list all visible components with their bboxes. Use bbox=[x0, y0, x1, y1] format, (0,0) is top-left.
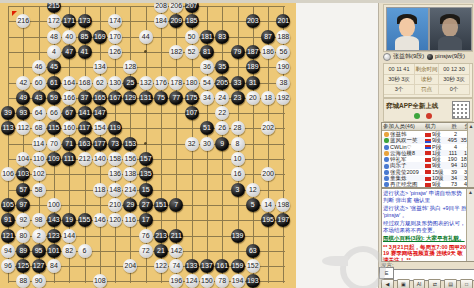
white-player-name-row: 张益韩(9段) bbox=[383, 52, 427, 61]
black-stone-move-141: 141 bbox=[78, 106, 92, 120]
white-stone-move-192: 192 bbox=[276, 91, 290, 105]
black-stone-move-15: 15 bbox=[139, 183, 153, 197]
black-stone-move-131: 131 bbox=[139, 91, 153, 105]
black-stone-move-137: 137 bbox=[200, 259, 214, 273]
user-icon bbox=[384, 182, 389, 187]
black-stone-move-5: 5 bbox=[246, 198, 260, 212]
black-stone-move-59: 59 bbox=[47, 91, 61, 105]
black-stone-move-213: 213 bbox=[154, 229, 168, 243]
black-stone-move-9: 9 bbox=[215, 137, 229, 151]
flag-icon bbox=[425, 145, 431, 149]
flag-icon bbox=[425, 177, 431, 181]
white-stone-move-68: 68 bbox=[32, 121, 46, 135]
white-stone-move-188: 188 bbox=[276, 30, 290, 44]
white-stone-move-178: 178 bbox=[169, 76, 183, 90]
white-stone-move-70: 70 bbox=[47, 137, 61, 151]
white-stone-move-34: 34 bbox=[200, 91, 214, 105]
sidebar: 张益韩(9段) pinsjw(9段) 00 11 41 剩余时间 00 12 3… bbox=[378, 0, 474, 288]
white-stone-move-12: 12 bbox=[246, 183, 260, 197]
white-stone-move-58: 58 bbox=[32, 183, 46, 197]
black-stone-move-135: 135 bbox=[139, 167, 153, 181]
white-stone-move-212: 212 bbox=[78, 152, 92, 166]
col-name: 参加人员(46) bbox=[382, 123, 425, 130]
black-stone-move-47: 47 bbox=[62, 45, 76, 59]
black-stone-move-87: 87 bbox=[261, 30, 275, 44]
chat-line-notice: ** 3月21日起，每周五7:00 围甲2019 赛季网络视频直播 连续9天 敬… bbox=[383, 244, 467, 263]
ai-analysis-icon[interactable]: AI bbox=[413, 279, 426, 288]
black-stone-move-121: 121 bbox=[1, 229, 15, 243]
board-window-icon[interactable]: □ bbox=[460, 279, 473, 288]
flag-icon bbox=[425, 133, 431, 137]
white-stone-move-56: 56 bbox=[276, 45, 290, 59]
white-stone-move-88: 88 bbox=[16, 274, 30, 288]
black-stone-move-43: 43 bbox=[32, 91, 46, 105]
white-stone-move-72: 72 bbox=[139, 244, 153, 258]
black-stone-move-85: 85 bbox=[78, 30, 92, 44]
white-stone-move-132: 132 bbox=[139, 76, 153, 90]
black-stone-move-57: 57 bbox=[16, 183, 30, 197]
white-stone-move-124: 124 bbox=[185, 274, 199, 288]
go-board[interactable]: 2152082062072161721711731741842091852032… bbox=[0, 0, 296, 288]
black-stone-move-95: 95 bbox=[32, 244, 46, 258]
penalty-label: 罚点 bbox=[415, 84, 439, 95]
black-stone-move-173: 173 bbox=[78, 14, 92, 28]
black-stone-move-61: 61 bbox=[47, 76, 61, 90]
white-stone-move-210: 210 bbox=[108, 198, 122, 212]
black-stone-move-165: 165 bbox=[93, 91, 107, 105]
black-stone-move-83: 83 bbox=[215, 30, 229, 44]
black-stone-move-107: 107 bbox=[185, 106, 199, 120]
download-icons[interactable] bbox=[414, 113, 444, 120]
black-stone-move-159: 159 bbox=[231, 259, 245, 273]
black-player-name: pinsjw(9段) bbox=[435, 52, 465, 61]
user-icon bbox=[384, 164, 389, 169]
white-stone-move-44: 44 bbox=[139, 30, 153, 44]
black-stone-move-157: 157 bbox=[139, 152, 153, 166]
black-stone-move-193: 193 bbox=[246, 274, 260, 288]
app-banner[interactable]: 弈城APP全新上线 bbox=[383, 98, 473, 122]
white-stone-move-126: 126 bbox=[108, 45, 122, 59]
black-stone-move-187: 187 bbox=[246, 45, 260, 59]
black-stone-move-155: 155 bbox=[78, 213, 92, 227]
white-stone-move-134: 134 bbox=[93, 60, 107, 74]
user-icon bbox=[384, 138, 389, 143]
user-icon bbox=[384, 145, 389, 150]
spectator-table-header: 参加人员(46) 棋力 胜 负 bbox=[382, 123, 474, 131]
white-stone-move-180: 180 bbox=[185, 76, 199, 90]
white-stone-move-214: 214 bbox=[123, 183, 137, 197]
black-stone-move-89: 89 bbox=[16, 244, 30, 258]
user-icon bbox=[384, 151, 389, 156]
white-stone-move-32: 32 bbox=[185, 137, 199, 151]
black-stone-move-41: 41 bbox=[78, 45, 92, 59]
white-stone-move-146: 146 bbox=[93, 213, 107, 227]
black-stone-move-49: 49 bbox=[16, 91, 30, 105]
black-stone-move-105: 105 bbox=[1, 198, 15, 212]
black-stone-move-73: 73 bbox=[108, 137, 122, 151]
user-icon bbox=[384, 157, 389, 162]
black-stone-move-169: 169 bbox=[93, 30, 107, 44]
white-stone-move-36: 36 bbox=[200, 60, 214, 74]
white-stone-move-64: 64 bbox=[32, 106, 46, 120]
chat-line-sys: 进行状态> 'pinsjw' 申请自动形势判断 弹出窗 确认里 bbox=[383, 190, 467, 203]
clock-panel: 00 11 41 剩余时间 00 12 30 30秒 3次 读秒 30秒 3次 … bbox=[383, 63, 473, 98]
chat-panel[interactable]: 进行状态> 'pinsjw' 申请自动形势判断 弹出窗 确认里进行状态> '张益… bbox=[381, 188, 474, 262]
white-stone-icon bbox=[383, 53, 391, 61]
white-stone-move-140: 140 bbox=[93, 152, 107, 166]
white-player-name: 张益韩(9段) bbox=[393, 52, 424, 61]
black-stone-move-181: 181 bbox=[200, 30, 214, 44]
player-photos-frame bbox=[383, 4, 473, 52]
chat-scrollbar[interactable]: ▲ bbox=[466, 189, 474, 261]
black-stone-move-39: 39 bbox=[1, 106, 15, 120]
white-stone-move-98: 98 bbox=[32, 213, 46, 227]
black-stone-move-177: 177 bbox=[93, 137, 107, 151]
white-stone-move-108: 108 bbox=[93, 274, 107, 288]
black-stone-move-203: 203 bbox=[246, 14, 260, 28]
white-stone-move-14: 14 bbox=[261, 198, 275, 212]
white-stone-move-84: 84 bbox=[47, 259, 61, 273]
black-stone-move-31: 31 bbox=[246, 76, 260, 90]
black-stone-move-211: 211 bbox=[169, 229, 183, 243]
window-top-edge bbox=[0, 0, 474, 3]
flag-icon bbox=[425, 170, 431, 174]
white-stone-move-2: 2 bbox=[32, 229, 46, 243]
white-stone-move-38: 38 bbox=[276, 76, 290, 90]
flag-icon bbox=[425, 158, 431, 162]
col-wins: 胜 bbox=[444, 123, 457, 130]
white-stone-move-52: 52 bbox=[185, 45, 199, 59]
white-stone-move-20: 20 bbox=[246, 91, 260, 105]
black-stone-move-185: 185 bbox=[185, 14, 199, 28]
black-stone-move-63: 63 bbox=[246, 244, 260, 258]
chat-line-sys: 经过双方规则及形势图表的认可，本场结果将不再变更。 bbox=[383, 220, 467, 233]
white-stone-move-28: 28 bbox=[231, 121, 245, 135]
black-stone-move-101: 101 bbox=[47, 244, 61, 258]
black-stone-move-27: 27 bbox=[139, 198, 153, 212]
white-stone-move-24: 24 bbox=[215, 91, 229, 105]
black-penalty: 0个 bbox=[439, 84, 470, 95]
white-stone-move-94: 94 bbox=[1, 244, 15, 258]
qr-code bbox=[452, 101, 470, 119]
white-stone-move-80: 80 bbox=[16, 229, 30, 243]
white-stone-move-50: 50 bbox=[185, 30, 199, 44]
black-player-name-row: pinsjw(9段) bbox=[427, 52, 471, 61]
toolbar: ◀▣AI⇄▤□ bbox=[381, 279, 473, 288]
black-stone-move-71: 71 bbox=[62, 137, 76, 151]
white-stone-move-8: 8 bbox=[231, 137, 245, 151]
black-stone-move-175: 175 bbox=[185, 91, 199, 105]
white-stone-move-158: 158 bbox=[108, 152, 122, 166]
black-stone-move-151: 151 bbox=[154, 198, 168, 212]
black-stone-move-77: 77 bbox=[169, 91, 183, 105]
white-stone-move-196: 196 bbox=[169, 274, 183, 288]
ios-download-icon[interactable] bbox=[426, 113, 432, 119]
white-stone-move-168: 168 bbox=[78, 76, 92, 90]
white-stone-move-170: 170 bbox=[108, 30, 122, 44]
white-stone-move-152: 152 bbox=[246, 259, 260, 273]
flag-icon bbox=[425, 151, 431, 155]
user-icon bbox=[384, 132, 389, 137]
white-stone-move-102: 102 bbox=[32, 167, 46, 181]
white-stone-move-144: 144 bbox=[62, 229, 76, 243]
white-stone-move-54: 54 bbox=[200, 76, 214, 90]
black-stone-move-81: 81 bbox=[200, 45, 214, 59]
black-stone-move-197: 197 bbox=[276, 213, 290, 227]
black-stone-move-37: 37 bbox=[78, 91, 92, 105]
white-stone-move-82: 82 bbox=[62, 244, 76, 258]
white-stone-move-46: 46 bbox=[32, 60, 46, 74]
white-stone-move-42: 42 bbox=[16, 76, 30, 90]
eweiqi-logo-watermark bbox=[322, 242, 382, 288]
white-stone-move-96: 96 bbox=[1, 259, 15, 273]
user-icon bbox=[384, 170, 389, 175]
col-rank: 棋力 bbox=[425, 123, 444, 130]
white-stone-move-18: 18 bbox=[261, 91, 275, 105]
white-stone-move-6: 6 bbox=[78, 244, 92, 258]
chat-line-sys: 进行状态> '张益韩' 执白 +9目半 胜 'pinsjw' 。 bbox=[383, 205, 467, 218]
spectator-table[interactable]: 参加人员(46) 棋力 胜 负 张益韩9段22蓝风双一笑9段495359CWLi… bbox=[381, 122, 474, 188]
black-stone-move-189: 189 bbox=[246, 60, 260, 74]
last-move-marker bbox=[12, 11, 17, 16]
white-stone-move-62: 62 bbox=[93, 76, 107, 90]
black-stone-move-139: 139 bbox=[231, 229, 245, 243]
white-stone-move-150: 150 bbox=[200, 274, 214, 288]
black-stone-move-45: 45 bbox=[47, 60, 61, 74]
white-stone-move-100: 100 bbox=[47, 198, 61, 212]
white-stone-move-76: 76 bbox=[139, 229, 153, 243]
white-stone-move-78: 78 bbox=[215, 274, 229, 288]
black-stone-move-143: 143 bbox=[47, 213, 61, 227]
spectator-scrollbar[interactable]: ▲ bbox=[467, 123, 474, 187]
flag-icon bbox=[425, 164, 431, 168]
white-stone-move-164: 164 bbox=[62, 76, 76, 90]
swap-icon[interactable]: ⇄ bbox=[428, 279, 441, 288]
user-icon bbox=[384, 176, 389, 181]
white-stone-move-48: 48 bbox=[47, 30, 61, 44]
black-stone-move-17: 17 bbox=[139, 213, 153, 227]
banner-text: 弈城APP全新上线 bbox=[386, 102, 448, 111]
black-stone-move-133: 133 bbox=[185, 259, 199, 273]
black-stone-move-127: 127 bbox=[32, 259, 46, 273]
save-icon[interactable]: ▣ bbox=[397, 279, 410, 288]
black-stone-move-153: 153 bbox=[123, 137, 137, 151]
white-player-photo bbox=[386, 7, 429, 51]
white-stone-move-114: 114 bbox=[32, 137, 46, 151]
black-stone-move-3: 3 bbox=[231, 183, 245, 197]
black-stone-move-205: 205 bbox=[215, 76, 229, 90]
black-stone-move-23: 23 bbox=[231, 91, 245, 105]
white-stone-move-110: 110 bbox=[32, 152, 46, 166]
black-stone-move-201: 201 bbox=[276, 14, 290, 28]
white-stone-move-66: 66 bbox=[47, 106, 61, 120]
white-stone-move-142: 142 bbox=[169, 244, 183, 258]
black-stone-move-79: 79 bbox=[231, 45, 245, 59]
white-stone-move-176: 176 bbox=[154, 76, 168, 90]
white-stone-move-122: 122 bbox=[154, 259, 168, 273]
print-icon[interactable]: ▤ bbox=[444, 279, 457, 288]
white-stone-move-40: 40 bbox=[62, 30, 76, 44]
white-stone-move-190: 190 bbox=[276, 60, 290, 74]
black-stone-move-123: 123 bbox=[47, 229, 61, 243]
white-stone-move-186: 186 bbox=[261, 45, 275, 59]
white-stone-move-148: 148 bbox=[108, 183, 122, 197]
black-stone-move-167: 167 bbox=[108, 91, 122, 105]
white-stone-move-4: 4 bbox=[47, 45, 61, 59]
white-stone-move-118: 118 bbox=[93, 183, 107, 197]
white-stone-move-130: 130 bbox=[108, 76, 122, 90]
white-stone-move-90: 90 bbox=[32, 274, 46, 288]
white-penalty: 3个 bbox=[384, 84, 415, 95]
white-stone-move-198: 198 bbox=[276, 198, 290, 212]
black-stone-move-163: 163 bbox=[78, 137, 92, 151]
black-player-photo bbox=[429, 7, 472, 51]
white-stone-move-60: 60 bbox=[32, 76, 46, 90]
white-stone-move-10: 10 bbox=[231, 152, 245, 166]
white-stone-move-16: 16 bbox=[231, 167, 245, 181]
black-stone-move-117: 117 bbox=[78, 121, 92, 135]
black-stone-move-75: 75 bbox=[154, 91, 168, 105]
black-stone-move-109: 109 bbox=[47, 152, 61, 166]
black-stone-move-33: 33 bbox=[231, 76, 245, 90]
white-stone-move-166: 166 bbox=[62, 91, 76, 105]
flag-icon bbox=[425, 139, 431, 143]
black-stone-move-25: 25 bbox=[123, 76, 137, 90]
black-stone-move-21: 21 bbox=[154, 244, 168, 258]
chat-line-link: 围棋小百科(3段): 大家早有礼貌。 bbox=[383, 235, 467, 242]
white-stone-move-194: 194 bbox=[231, 274, 245, 288]
black-stone-move-147: 147 bbox=[93, 106, 107, 120]
white-stone-move-30: 30 bbox=[200, 137, 214, 151]
black-stone-icon bbox=[427, 54, 433, 60]
android-download-icon[interactable] bbox=[414, 113, 420, 119]
flag-icon bbox=[425, 183, 431, 187]
